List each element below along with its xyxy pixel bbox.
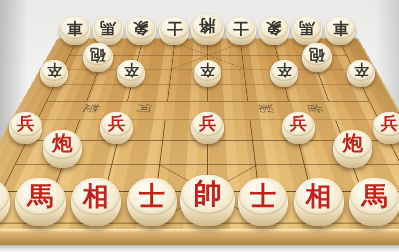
piece-face: 馬 — [16, 179, 64, 215]
piece-face: 車 — [326, 17, 355, 39]
piece-red-elephant[interactable]: 相 — [294, 178, 344, 226]
piece-red-soldier[interactable]: 兵 — [282, 112, 315, 143]
piece-character: 馬 — [100, 19, 116, 35]
piece-character: 士 — [233, 19, 249, 35]
piece-red-general[interactable]: 帥 — [180, 175, 234, 226]
piece-red-chariot[interactable]: 車 — [0, 178, 10, 226]
piece-face: 象 — [260, 17, 289, 39]
piece-face: 兵 — [192, 113, 224, 137]
piece-character: 兵 — [381, 115, 398, 132]
photo-scene: 楚河漢界 車馬象士將士象馬車砲砲卒卒卒卒卒兵兵兵兵兵炮炮車馬相士帥士相馬車 — [0, 0, 399, 252]
piece-red-horse[interactable]: 馬 — [349, 178, 399, 226]
piece-character: 象 — [133, 19, 149, 35]
piece-face: 車 — [0, 179, 9, 215]
piece-face: 兵 — [101, 113, 133, 137]
piece-black-horse[interactable]: 馬 — [93, 17, 123, 45]
piece-character: 卒 — [200, 63, 214, 77]
piece-character: 相 — [83, 183, 109, 209]
piece-face: 兵 — [283, 113, 315, 137]
piece-black-cannon[interactable]: 砲 — [83, 43, 113, 71]
piece-face: 炮 — [334, 130, 372, 158]
piece-red-soldier[interactable]: 兵 — [191, 112, 224, 143]
piece-face: 士 — [128, 179, 176, 215]
piece-character: 兵 — [108, 115, 125, 132]
piece-face: 兵 — [10, 113, 42, 137]
piece-black-general[interactable]: 將 — [191, 14, 223, 45]
piece-face: 卒 — [194, 61, 221, 81]
piece-character: 士 — [167, 19, 183, 35]
piece-face: 相 — [295, 179, 343, 215]
piece-black-soldier[interactable]: 卒 — [117, 60, 145, 86]
piece-red-cannon[interactable]: 炮 — [333, 130, 372, 167]
piece-black-horse[interactable]: 馬 — [292, 17, 322, 45]
piece-face: 將 — [192, 15, 223, 38]
piece-character: 卒 — [47, 63, 61, 77]
piece-character: 馬 — [27, 183, 53, 209]
piece-character: 卒 — [124, 63, 138, 77]
piece-character: 砲 — [90, 46, 105, 61]
piece-red-soldier[interactable]: 兵 — [100, 112, 133, 143]
piece-character: 象 — [266, 19, 282, 35]
piece-red-soldier[interactable]: 兵 — [9, 112, 42, 143]
piece-face: 卒 — [348, 61, 375, 81]
piece-face: 相 — [72, 179, 120, 215]
piece-red-horse[interactable]: 馬 — [15, 178, 65, 226]
piece-black-chariot[interactable]: 車 — [325, 17, 355, 45]
piece-face: 砲 — [303, 44, 332, 65]
piece-face: 兵 — [373, 113, 399, 137]
piece-character: 炮 — [52, 134, 72, 154]
piece-red-elephant[interactable]: 相 — [71, 178, 121, 226]
piece-face: 卒 — [41, 61, 68, 81]
piece-character: 士 — [139, 183, 165, 209]
piece-black-soldier[interactable]: 卒 — [40, 60, 68, 86]
piece-character: 馬 — [361, 183, 387, 209]
piece-black-soldier[interactable]: 卒 — [270, 60, 298, 86]
piece-character: 車 — [333, 19, 349, 35]
piece-character: 帥 — [193, 180, 221, 208]
piece-face: 象 — [127, 17, 156, 39]
piece-character: 炮 — [342, 134, 362, 154]
piece-character: 將 — [199, 17, 216, 34]
piece-face: 卒 — [271, 61, 298, 81]
piece-face: 士 — [160, 17, 189, 39]
piece-black-elephant[interactable]: 象 — [126, 17, 156, 45]
piece-character: 兵 — [290, 115, 307, 132]
piece-character: 砲 — [309, 46, 324, 61]
piece-character: 士 — [250, 183, 276, 209]
piece-face: 車 — [60, 17, 89, 39]
piece-red-advisor[interactable]: 士 — [127, 178, 177, 226]
piece-black-advisor[interactable]: 士 — [159, 17, 189, 45]
piece-character: 卒 — [354, 63, 368, 77]
piece-face: 士 — [239, 179, 287, 215]
piece-face: 士 — [226, 17, 255, 39]
piece-character: 車 — [67, 19, 83, 35]
pieces-layer: 車馬象士將士象馬車砲砲卒卒卒卒卒兵兵兵兵兵炮炮車馬相士帥士相馬車 — [0, 0, 399, 252]
piece-black-soldier[interactable]: 卒 — [347, 60, 375, 86]
piece-black-chariot[interactable]: 車 — [60, 17, 90, 45]
piece-red-advisor[interactable]: 士 — [238, 178, 288, 226]
piece-character: 卒 — [277, 63, 291, 77]
piece-face: 卒 — [117, 61, 144, 81]
piece-face: 炮 — [43, 130, 81, 158]
piece-face: 馬 — [293, 17, 322, 39]
piece-black-elephant[interactable]: 象 — [259, 17, 289, 45]
piece-face: 砲 — [84, 44, 113, 65]
piece-face: 馬 — [94, 17, 123, 39]
piece-face: 帥 — [181, 175, 233, 214]
piece-black-advisor[interactable]: 士 — [226, 17, 256, 45]
piece-character: 馬 — [299, 19, 315, 35]
piece-black-cannon[interactable]: 砲 — [302, 43, 332, 71]
piece-red-cannon[interactable]: 炮 — [43, 130, 82, 167]
piece-red-soldier[interactable]: 兵 — [373, 112, 399, 143]
piece-face: 馬 — [350, 179, 398, 215]
piece-character: 兵 — [17, 115, 34, 132]
piece-character: 兵 — [199, 115, 216, 132]
piece-character: 相 — [306, 183, 332, 209]
piece-black-soldier[interactable]: 卒 — [194, 60, 222, 86]
